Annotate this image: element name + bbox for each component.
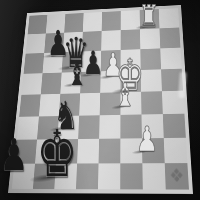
piece-white-pawn-g2[interactable]: ♟	[136, 123, 158, 158]
photo-layer: ❖ ♜♟♛♟♟♝♚♝♞♟♟♚	[0, 0, 200, 200]
piece-black-pawn-a2[interactable]: ♟	[0, 134, 28, 178]
piece-white-rook-g8[interactable]: ♜	[139, 1, 159, 32]
pieces-layer: ♜♟♛♟♟♝♚♝♞♟♟♚	[0, 0, 200, 200]
piece-white-bishop-e4[interactable]: ♝	[115, 80, 136, 112]
piece-black-bishop-c4[interactable]: ♝	[67, 59, 87, 90]
piece-black-king-c1[interactable]: ♚	[36, 122, 77, 186]
scene: ❖ ♜♟♛♟♟♝♚♝♞♟♟♚	[0, 0, 200, 200]
